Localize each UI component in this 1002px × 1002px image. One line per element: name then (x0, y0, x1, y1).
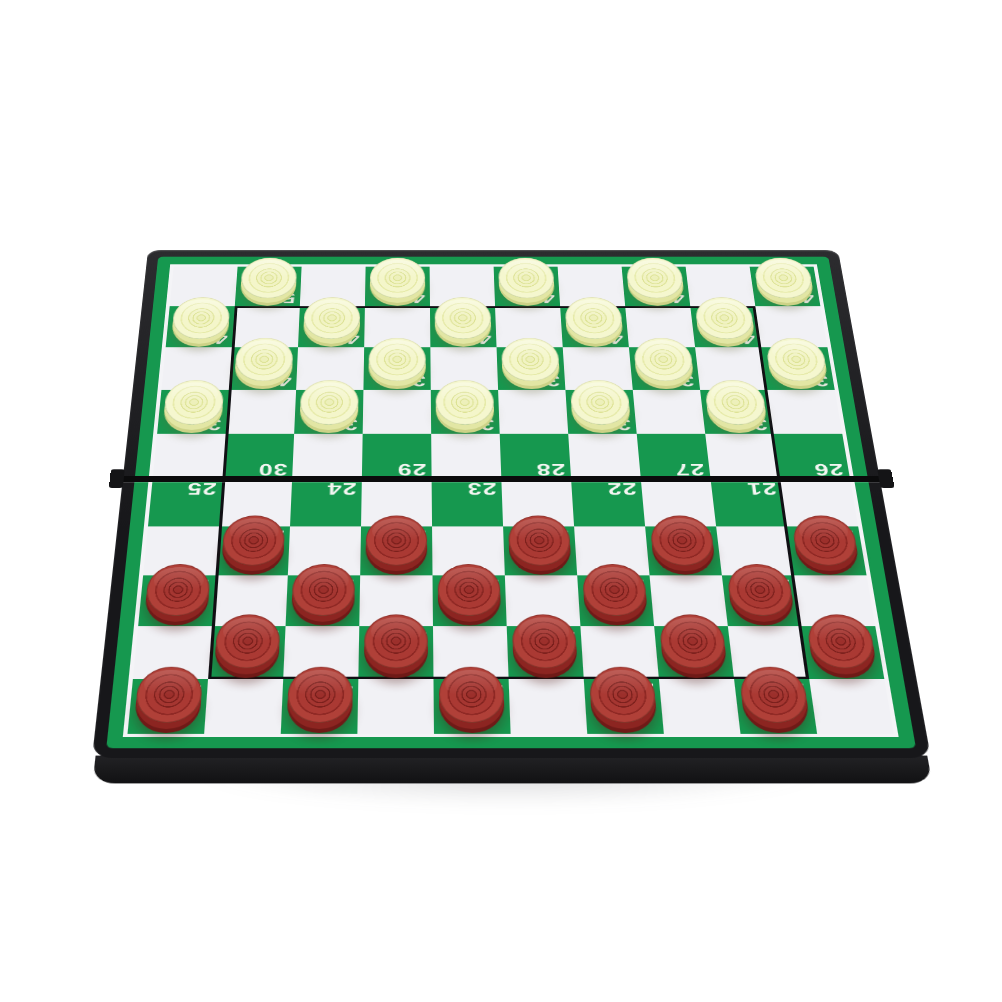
white-checker-piece[interactable] (370, 258, 426, 299)
square-38[interactable]: 38 (497, 347, 566, 389)
square-25[interactable]: 25 (148, 479, 222, 526)
square-41[interactable]: 41 (690, 306, 761, 347)
square-5[interactable]: 5 (128, 679, 209, 734)
square-12[interactable]: 12 (577, 575, 654, 626)
square-17[interactable]: 17 (645, 526, 722, 575)
square-14[interactable]: 14 (286, 575, 361, 626)
square-32[interactable]: 32 (565, 390, 636, 434)
product-photo-scene: 5049484746454443424140393837363534333231… (0, 0, 1002, 1002)
square-number: 25 (186, 481, 217, 498)
square-47[interactable]: 47 (622, 267, 691, 307)
left-hinge-tab (109, 469, 125, 488)
square-light (431, 434, 501, 480)
square-7[interactable]: 7 (654, 626, 734, 679)
square-22[interactable]: 22 (571, 479, 645, 526)
square-28[interactable]: 28 (500, 434, 571, 480)
square-light (498, 390, 568, 434)
square-37[interactable]: 37 (629, 347, 700, 389)
red-checker-piece[interactable] (214, 614, 281, 668)
square-34[interactable]: 34 (294, 390, 363, 434)
square-44[interactable]: 44 (298, 306, 365, 347)
square-3[interactable]: 3 (433, 679, 510, 734)
white-checker-piece[interactable] (368, 338, 426, 381)
square-number: 22 (606, 481, 637, 498)
checkers-grid: 5049484746454443424140393837363534333231… (128, 267, 894, 734)
square-19[interactable]: 19 (360, 526, 432, 575)
square-18[interactable]: 18 (503, 526, 577, 575)
square-light (204, 679, 283, 734)
square-light (357, 679, 434, 734)
square-light (633, 390, 705, 434)
square-11[interactable]: 11 (722, 575, 802, 626)
red-checker-piece[interactable] (364, 614, 428, 668)
square-49[interactable]: 49 (365, 267, 430, 307)
square-33[interactable]: 33 (431, 390, 500, 434)
board-side-wall (93, 756, 933, 784)
square-1[interactable]: 1 (734, 679, 817, 734)
square-6[interactable]: 6 (802, 626, 885, 679)
square-10[interactable]: 10 (208, 626, 285, 679)
square-45[interactable]: 45 (166, 306, 235, 347)
square-9[interactable]: 9 (358, 626, 433, 679)
square-light (705, 434, 780, 480)
square-light (509, 679, 588, 734)
square-43[interactable]: 43 (430, 306, 497, 347)
red-checker-piece[interactable] (365, 516, 427, 566)
square-13[interactable]: 13 (433, 575, 507, 626)
white-checker-piece[interactable] (435, 380, 494, 425)
red-checker-piece[interactable] (439, 667, 505, 723)
square-light (363, 390, 432, 434)
square-light (809, 679, 894, 734)
square-31[interactable]: 31 (700, 390, 774, 434)
square-light (767, 390, 842, 434)
square-light (292, 434, 363, 480)
square-50[interactable]: 50 (235, 267, 302, 307)
square-35[interactable]: 35 (157, 390, 229, 434)
square-26[interactable]: 26 (774, 434, 850, 480)
folding-checkers-board: 5049484746454443424140393837363534333231… (89, 250, 936, 784)
white-checker-piece[interactable] (435, 297, 492, 339)
square-15[interactable]: 15 (138, 575, 215, 626)
square-light (153, 434, 226, 480)
square-36[interactable]: 36 (761, 347, 834, 389)
square-light (659, 679, 741, 734)
square-number: 23 (467, 481, 497, 498)
square-27[interactable]: 27 (637, 434, 711, 480)
square-48[interactable]: 48 (494, 267, 561, 307)
square-23[interactable]: 23 (432, 479, 503, 526)
square-24[interactable]: 24 (290, 479, 362, 526)
right-hinge-tab (877, 469, 894, 488)
square-39[interactable]: 39 (363, 347, 430, 389)
fold-hinge-gap (114, 476, 888, 482)
square-4[interactable]: 4 (281, 679, 359, 734)
square-light (226, 390, 296, 434)
square-8[interactable]: 8 (507, 626, 584, 679)
square-light (568, 434, 641, 480)
red-checker-piece[interactable] (287, 667, 354, 723)
white-checker-piece[interactable] (498, 258, 555, 299)
red-checker-piece[interactable] (291, 564, 355, 616)
square-number: 24 (327, 481, 357, 498)
square-40[interactable]: 40 (229, 347, 298, 389)
square-21[interactable]: 21 (711, 479, 788, 526)
square-46[interactable]: 46 (750, 267, 821, 307)
square-2[interactable]: 2 (584, 679, 664, 734)
square-16[interactable]: 16 (787, 526, 866, 575)
square-30[interactable]: 30 (222, 434, 294, 480)
square-20[interactable]: 20 (215, 526, 290, 575)
square-42[interactable]: 42 (560, 306, 629, 347)
red-checker-piece[interactable] (221, 516, 285, 566)
square-29[interactable]: 29 (362, 434, 432, 480)
square-number: 21 (746, 481, 778, 498)
red-checker-piece[interactable] (438, 564, 502, 616)
